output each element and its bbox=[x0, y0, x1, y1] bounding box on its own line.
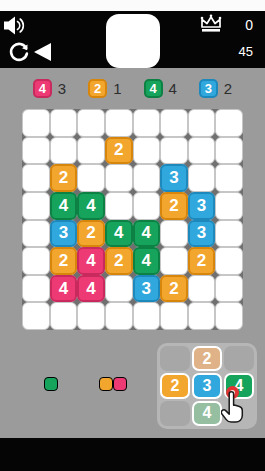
crown-score: 0 bbox=[233, 17, 253, 33]
board-cell-r3c7[interactable] bbox=[188, 164, 216, 192]
board-cell-r5c5[interactable]: 4 bbox=[133, 220, 161, 248]
board-cell-r4c6[interactable]: 2 bbox=[160, 192, 188, 220]
board-cell-r5c6[interactable] bbox=[160, 220, 188, 248]
board-cell-r6c4[interactable]: 2 bbox=[105, 247, 133, 275]
board-cell-r7c1[interactable] bbox=[22, 275, 50, 303]
board-cell-r4c4[interactable] bbox=[105, 192, 133, 220]
board-cell-r2c7[interactable] bbox=[188, 137, 216, 165]
board-cell-r3c2[interactable]: 2 bbox=[50, 164, 78, 192]
tray-cell-r1c2: 2 bbox=[192, 346, 222, 371]
board-cell-r6c8[interactable] bbox=[215, 247, 243, 275]
board-tile-blue-3[interactable]: 3 bbox=[188, 220, 216, 248]
legend-item-red: 43 bbox=[33, 79, 66, 98]
board-cell-r7c7[interactable] bbox=[188, 275, 216, 303]
legend-count: 2 bbox=[224, 80, 232, 97]
board-cell-r4c5[interactable] bbox=[133, 192, 161, 220]
board-cell-r7c4[interactable] bbox=[105, 275, 133, 303]
board-cell-r1c6[interactable] bbox=[160, 109, 188, 137]
board-cell-r8c1[interactable] bbox=[22, 302, 50, 330]
legend-tile-orange: 2 bbox=[88, 79, 107, 98]
tray-cell-r1c1 bbox=[160, 346, 190, 371]
board-cell-r7c2[interactable]: 4 bbox=[50, 275, 78, 303]
crown-icon bbox=[199, 14, 223, 33]
restart-icon[interactable] bbox=[8, 41, 30, 63]
board-cell-r1c3[interactable] bbox=[77, 109, 105, 137]
back-icon[interactable] bbox=[34, 43, 52, 61]
board-cell-r6c1[interactable] bbox=[22, 247, 50, 275]
tile-legend: 43214432 bbox=[0, 79, 265, 98]
board-tile-orange-2[interactable]: 2 bbox=[50, 164, 78, 192]
board-cell-r6c2[interactable]: 2 bbox=[50, 247, 78, 275]
board-cell-r7c8[interactable] bbox=[215, 275, 243, 303]
bottom-bar bbox=[0, 438, 265, 471]
legend-count: 4 bbox=[169, 80, 177, 97]
board-tile-blue-3[interactable]: 3 bbox=[50, 220, 78, 248]
board-cell-r1c5[interactable] bbox=[133, 109, 161, 137]
game-screen: 0 45 43214432 223442332443242424432 2234… bbox=[0, 0, 265, 471]
board-cell-r8c3[interactable] bbox=[77, 302, 105, 330]
board-tile-red-4[interactable]: 4 bbox=[77, 275, 105, 303]
tray-cell-r2c2: 3 bbox=[192, 373, 222, 398]
board-cell-r8c7[interactable] bbox=[188, 302, 216, 330]
board-cell-r8c2[interactable] bbox=[50, 302, 78, 330]
board-cell-r3c5[interactable] bbox=[133, 164, 161, 192]
board-cell-r3c1[interactable] bbox=[22, 164, 50, 192]
next-piece-2-block-orange[interactable] bbox=[99, 377, 113, 391]
board-tile-orange-2[interactable]: 2 bbox=[105, 247, 133, 275]
tray-cell-r2c1: 2 bbox=[160, 373, 190, 398]
board-cell-r6c3[interactable]: 4 bbox=[77, 247, 105, 275]
board-cell-r8c5[interactable] bbox=[133, 302, 161, 330]
board-cell-r5c7[interactable]: 3 bbox=[188, 220, 216, 248]
board-tile-orange-2[interactable]: 2 bbox=[77, 220, 105, 248]
board-tile-green-4[interactable]: 4 bbox=[50, 192, 78, 220]
board-cell-r4c2[interactable]: 4 bbox=[50, 192, 78, 220]
board-tile-orange-2[interactable]: 2 bbox=[105, 137, 133, 165]
board-cell-r1c1[interactable] bbox=[22, 109, 50, 137]
board-cell-r1c8[interactable] bbox=[215, 109, 243, 137]
legend-count: 3 bbox=[58, 80, 66, 97]
board-cell-r6c6[interactable] bbox=[160, 247, 188, 275]
legend-tile-blue: 3 bbox=[199, 79, 218, 98]
status-strip bbox=[0, 0, 265, 11]
legend-tile-green: 4 bbox=[144, 79, 163, 98]
board-cell-r3c6[interactable]: 3 bbox=[160, 164, 188, 192]
board-cell-r5c1[interactable] bbox=[22, 220, 50, 248]
board-cell-r5c3[interactable]: 2 bbox=[77, 220, 105, 248]
board-cell-r8c6[interactable] bbox=[160, 302, 188, 330]
board-tile-blue-3[interactable]: 3 bbox=[188, 192, 216, 220]
board-cell-r1c7[interactable] bbox=[188, 109, 216, 137]
board-cell-r6c7[interactable]: 2 bbox=[188, 247, 216, 275]
move-counter: 45 bbox=[233, 44, 253, 59]
board-tile-red-4[interactable]: 4 bbox=[50, 275, 78, 303]
board-cell-r4c8[interactable] bbox=[215, 192, 243, 220]
tray-tile-orange-2-ghost: 2 bbox=[192, 346, 222, 371]
board-cell-r4c7[interactable]: 3 bbox=[188, 192, 216, 220]
board-cell-r2c2[interactable] bbox=[50, 137, 78, 165]
board-cell-r5c8[interactable] bbox=[215, 220, 243, 248]
board-cell-r4c1[interactable] bbox=[22, 192, 50, 220]
legend-item-blue: 32 bbox=[199, 79, 232, 98]
board-tile-green-4[interactable]: 4 bbox=[133, 247, 161, 275]
next-piece-2-block-red[interactable] bbox=[113, 377, 127, 391]
board-tile-orange-2[interactable]: 2 bbox=[188, 247, 216, 275]
board-cell-r1c2[interactable] bbox=[50, 109, 78, 137]
board-cell-r3c3[interactable] bbox=[77, 164, 105, 192]
tray-tile-orange-2[interactable]: 2 bbox=[160, 373, 190, 398]
board-cell-r8c4[interactable] bbox=[105, 302, 133, 330]
board-cell-r7c6[interactable]: 2 bbox=[160, 275, 188, 303]
board-tile-blue-3[interactable]: 3 bbox=[160, 164, 188, 192]
board-cell-r8c8[interactable] bbox=[215, 302, 243, 330]
legend-item-green: 44 bbox=[144, 79, 177, 98]
legend-tile-red: 4 bbox=[33, 79, 52, 98]
game-board: 223442332443242424432 bbox=[22, 109, 243, 330]
board-cell-r7c5[interactable]: 3 bbox=[133, 275, 161, 303]
board-cell-r2c1[interactable] bbox=[22, 137, 50, 165]
tray-cell-r1c3 bbox=[224, 346, 254, 371]
board-cell-r1c4[interactable] bbox=[105, 109, 133, 137]
tray-cell-r3c2: 4 bbox=[192, 401, 222, 426]
board-tile-green-4[interactable]: 4 bbox=[133, 220, 161, 248]
board-cell-r6c5[interactable]: 4 bbox=[133, 247, 161, 275]
board-cell-r5c2[interactable]: 3 bbox=[50, 220, 78, 248]
tray-tile-blue-3[interactable]: 3 bbox=[192, 373, 222, 398]
board-tile-orange-2[interactable]: 2 bbox=[160, 192, 188, 220]
board-cell-r5c4[interactable]: 4 bbox=[105, 220, 133, 248]
board-cell-r3c4[interactable] bbox=[105, 164, 133, 192]
board-cell-r7c3[interactable]: 4 bbox=[77, 275, 105, 303]
board-tile-red-4[interactable]: 4 bbox=[77, 247, 105, 275]
next-piece-1-block-green[interactable] bbox=[44, 377, 58, 391]
board-cell-r4c3[interactable]: 4 bbox=[77, 192, 105, 220]
board-tile-blue-3[interactable]: 3 bbox=[133, 275, 161, 303]
board-tile-orange-2[interactable]: 2 bbox=[160, 275, 188, 303]
board-cell-r2c4[interactable]: 2 bbox=[105, 137, 133, 165]
board-tile-green-4[interactable]: 4 bbox=[77, 192, 105, 220]
board-cell-r2c3[interactable] bbox=[77, 137, 105, 165]
tray-cell-r3c1 bbox=[160, 401, 190, 426]
hand-cursor-icon bbox=[221, 391, 251, 428]
board-cell-r2c8[interactable] bbox=[215, 137, 243, 165]
legend-item-orange: 21 bbox=[88, 79, 121, 98]
legend-count: 1 bbox=[113, 80, 121, 97]
board-cell-r3c8[interactable] bbox=[215, 164, 243, 192]
board-tile-green-4[interactable]: 4 bbox=[105, 220, 133, 248]
board-tile-orange-2[interactable]: 2 bbox=[50, 247, 78, 275]
tray-tile-green-4-ghost: 4 bbox=[192, 401, 222, 426]
speaker-icon[interactable] bbox=[4, 16, 29, 35]
board-cell-r2c5[interactable] bbox=[133, 137, 161, 165]
top-center-card bbox=[106, 14, 160, 68]
board-cell-r2c6[interactable] bbox=[160, 137, 188, 165]
